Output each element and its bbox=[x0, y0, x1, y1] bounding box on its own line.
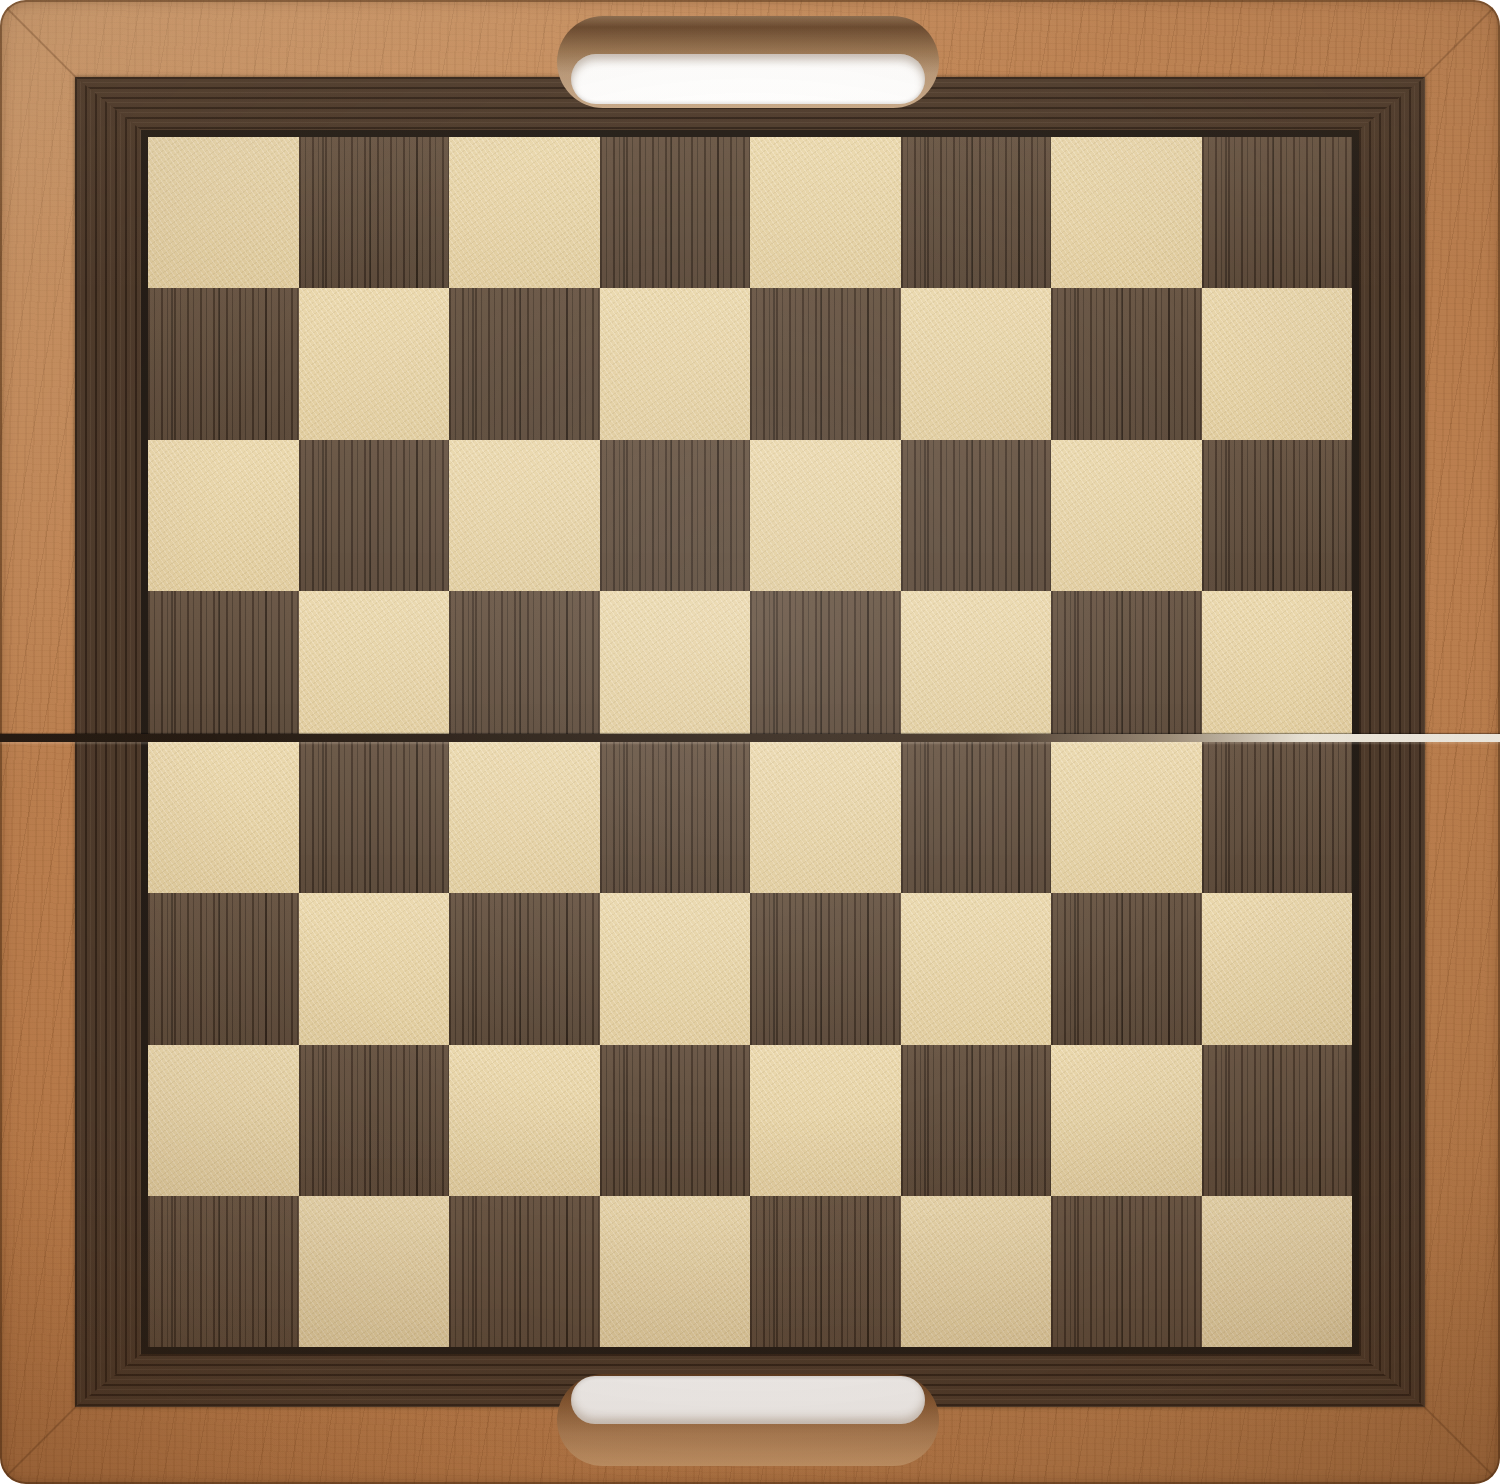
square-f4[interactable] bbox=[901, 742, 1052, 893]
square-a6[interactable] bbox=[148, 440, 299, 591]
square-f5[interactable] bbox=[901, 591, 1052, 742]
square-d4[interactable] bbox=[600, 742, 751, 893]
square-f3[interactable] bbox=[901, 893, 1052, 1044]
square-e2[interactable] bbox=[750, 1045, 901, 1196]
square-f7[interactable] bbox=[901, 288, 1052, 439]
square-d8[interactable] bbox=[600, 137, 751, 288]
square-e5[interactable] bbox=[750, 591, 901, 742]
square-c8[interactable] bbox=[449, 137, 600, 288]
square-c1[interactable] bbox=[449, 1196, 600, 1347]
square-b3[interactable] bbox=[299, 893, 450, 1044]
square-e7[interactable] bbox=[750, 288, 901, 439]
square-f2[interactable] bbox=[901, 1045, 1052, 1196]
square-a2[interactable] bbox=[148, 1045, 299, 1196]
square-d3[interactable] bbox=[600, 893, 751, 1044]
square-b7[interactable] bbox=[299, 288, 450, 439]
square-h7[interactable] bbox=[1202, 288, 1353, 439]
square-e3[interactable] bbox=[750, 893, 901, 1044]
square-d7[interactable] bbox=[600, 288, 751, 439]
square-c6[interactable] bbox=[449, 440, 600, 591]
square-b2[interactable] bbox=[299, 1045, 450, 1196]
square-d2[interactable] bbox=[600, 1045, 751, 1196]
square-a8[interactable] bbox=[148, 137, 299, 288]
board-grid bbox=[141, 130, 1359, 1354]
square-b5[interactable] bbox=[299, 591, 450, 742]
square-h5[interactable] bbox=[1202, 591, 1353, 742]
square-a5[interactable] bbox=[148, 591, 299, 742]
chessboard bbox=[0, 0, 1500, 1484]
handle-hole-bottom bbox=[571, 1376, 925, 1424]
square-h3[interactable] bbox=[1202, 893, 1353, 1044]
fold-seam bbox=[0, 734, 1500, 742]
square-f8[interactable] bbox=[901, 137, 1052, 288]
square-e4[interactable] bbox=[750, 742, 901, 893]
square-e6[interactable] bbox=[750, 440, 901, 591]
square-g4[interactable] bbox=[1051, 742, 1202, 893]
square-g6[interactable] bbox=[1051, 440, 1202, 591]
square-c4[interactable] bbox=[449, 742, 600, 893]
square-c5[interactable] bbox=[449, 591, 600, 742]
square-b4[interactable] bbox=[299, 742, 450, 893]
square-f1[interactable] bbox=[901, 1196, 1052, 1347]
square-a4[interactable] bbox=[148, 742, 299, 893]
square-d1[interactable] bbox=[600, 1196, 751, 1347]
square-f6[interactable] bbox=[901, 440, 1052, 591]
square-g8[interactable] bbox=[1051, 137, 1202, 288]
square-g2[interactable] bbox=[1051, 1045, 1202, 1196]
square-g7[interactable] bbox=[1051, 288, 1202, 439]
square-b8[interactable] bbox=[299, 137, 450, 288]
frame-miter-seam bbox=[1421, 1403, 1500, 1484]
square-b6[interactable] bbox=[299, 440, 450, 591]
handle-hole-top bbox=[571, 54, 925, 104]
frame-miter-seam bbox=[0, 1403, 79, 1484]
square-g5[interactable] bbox=[1051, 591, 1202, 742]
walnut-border-left bbox=[75, 77, 141, 1407]
square-g3[interactable] bbox=[1051, 893, 1202, 1044]
square-c2[interactable] bbox=[449, 1045, 600, 1196]
square-c7[interactable] bbox=[449, 288, 600, 439]
frame-miter-seam bbox=[1421, 0, 1500, 81]
square-h4[interactable] bbox=[1202, 742, 1353, 893]
square-e8[interactable] bbox=[750, 137, 901, 288]
square-h2[interactable] bbox=[1202, 1045, 1353, 1196]
square-h8[interactable] bbox=[1202, 137, 1353, 288]
square-a7[interactable] bbox=[148, 288, 299, 439]
square-c3[interactable] bbox=[449, 893, 600, 1044]
square-h6[interactable] bbox=[1202, 440, 1353, 591]
square-e1[interactable] bbox=[750, 1196, 901, 1347]
square-g1[interactable] bbox=[1051, 1196, 1202, 1347]
square-a1[interactable] bbox=[148, 1196, 299, 1347]
product-photo bbox=[0, 0, 1500, 1484]
handle-cutout-bottom bbox=[557, 1374, 939, 1466]
square-d6[interactable] bbox=[600, 440, 751, 591]
square-b1[interactable] bbox=[299, 1196, 450, 1347]
frame-miter-seam bbox=[0, 0, 79, 81]
square-d5[interactable] bbox=[600, 591, 751, 742]
walnut-border-right bbox=[1359, 77, 1425, 1407]
handle-cutout-top bbox=[557, 16, 939, 108]
square-a3[interactable] bbox=[148, 893, 299, 1044]
square-h1[interactable] bbox=[1202, 1196, 1353, 1347]
